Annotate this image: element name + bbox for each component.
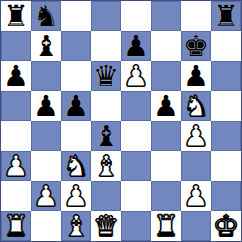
square-f4[interactable] <box>151 121 181 151</box>
square-d7[interactable] <box>91 31 121 61</box>
square-b8[interactable]: ♞ <box>31 1 61 31</box>
square-d5[interactable] <box>91 91 121 121</box>
white-bishop-icon[interactable]: ♝ <box>93 151 119 181</box>
black-bishop-icon[interactable]: ♝ <box>93 121 119 151</box>
white-pawn-icon[interactable]: ♟ <box>183 121 209 151</box>
white-bishop-icon[interactable]: ♝ <box>63 211 89 241</box>
black-rook-icon[interactable]: ♜ <box>213 1 239 31</box>
white-pawn-icon[interactable]: ♟ <box>3 151 29 181</box>
square-h2[interactable] <box>211 181 241 211</box>
square-d6[interactable]: ♛ <box>91 61 121 91</box>
black-pawn-icon[interactable]: ♟ <box>153 91 179 121</box>
white-knight-icon[interactable]: ♞ <box>63 151 89 181</box>
square-a8[interactable]: ♜ <box>1 1 31 31</box>
square-d2[interactable] <box>91 181 121 211</box>
square-c7[interactable] <box>61 31 91 61</box>
square-e7[interactable]: ♟ <box>121 31 151 61</box>
square-g8[interactable] <box>181 1 211 31</box>
square-d3[interactable]: ♝ <box>91 151 121 181</box>
square-b6[interactable] <box>31 61 61 91</box>
square-g1[interactable] <box>181 211 211 241</box>
square-d4[interactable]: ♝ <box>91 121 121 151</box>
square-b5[interactable]: ♟ <box>31 91 61 121</box>
white-knight-icon[interactable]: ♞ <box>183 91 209 121</box>
square-e5[interactable] <box>121 91 151 121</box>
black-rook-icon[interactable]: ♜ <box>3 1 29 31</box>
square-h6[interactable] <box>211 61 241 91</box>
square-b7[interactable]: ♝ <box>31 31 61 61</box>
black-pawn-icon[interactable]: ♟ <box>33 91 59 121</box>
square-f1[interactable]: ♜ <box>151 211 181 241</box>
square-h1[interactable]: ♚ <box>211 211 241 241</box>
square-d1[interactable]: ♛ <box>91 211 121 241</box>
square-h3[interactable] <box>211 151 241 181</box>
square-e1[interactable] <box>121 211 151 241</box>
square-a2[interactable] <box>1 181 31 211</box>
black-pawn-icon[interactable]: ♟ <box>63 91 89 121</box>
square-c6[interactable] <box>61 61 91 91</box>
white-pawn-icon[interactable]: ♟ <box>123 61 149 91</box>
square-f3[interactable] <box>151 151 181 181</box>
black-pawn-icon[interactable]: ♟ <box>3 61 29 91</box>
black-knight-icon[interactable]: ♞ <box>33 1 59 31</box>
square-g6[interactable]: ♟ <box>181 61 211 91</box>
square-c5[interactable]: ♟ <box>61 91 91 121</box>
square-e6[interactable]: ♟ <box>121 61 151 91</box>
square-e8[interactable] <box>121 1 151 31</box>
square-g4[interactable]: ♟ <box>181 121 211 151</box>
white-king-icon[interactable]: ♚ <box>213 211 239 241</box>
square-e2[interactable] <box>121 181 151 211</box>
square-c4[interactable] <box>61 121 91 151</box>
square-a5[interactable] <box>1 91 31 121</box>
square-h7[interactable] <box>211 31 241 61</box>
white-queen-icon[interactable]: ♛ <box>93 211 119 241</box>
square-a6[interactable]: ♟ <box>1 61 31 91</box>
square-h5[interactable] <box>211 91 241 121</box>
black-king-icon[interactable]: ♚ <box>183 31 209 61</box>
black-queen-icon[interactable]: ♛ <box>93 61 119 91</box>
square-d8[interactable] <box>91 1 121 31</box>
square-b2[interactable]: ♟ <box>31 181 61 211</box>
black-bishop-icon[interactable]: ♝ <box>33 31 59 61</box>
square-f5[interactable]: ♟ <box>151 91 181 121</box>
square-g7[interactable]: ♚ <box>181 31 211 61</box>
square-e3[interactable] <box>121 151 151 181</box>
white-rook-icon[interactable]: ♜ <box>3 211 29 241</box>
square-c8[interactable] <box>61 1 91 31</box>
square-a7[interactable] <box>1 31 31 61</box>
black-pawn-icon[interactable]: ♟ <box>183 61 209 91</box>
square-g5[interactable]: ♞ <box>181 91 211 121</box>
square-a3[interactable]: ♟ <box>1 151 31 181</box>
square-a1[interactable]: ♜ <box>1 211 31 241</box>
chess-board: ♜♞♜♝♟♚♟♛♟♟♟♟♟♞♝♟♟♞♝♟♟♟♜♝♛♜♚ <box>0 0 242 242</box>
black-pawn-icon[interactable]: ♟ <box>123 31 149 61</box>
square-f6[interactable] <box>151 61 181 91</box>
square-b3[interactable] <box>31 151 61 181</box>
square-h4[interactable] <box>211 121 241 151</box>
square-e4[interactable] <box>121 121 151 151</box>
square-f8[interactable] <box>151 1 181 31</box>
white-pawn-icon[interactable]: ♟ <box>183 181 209 211</box>
square-f2[interactable] <box>151 181 181 211</box>
square-g2[interactable]: ♟ <box>181 181 211 211</box>
square-g3[interactable] <box>181 151 211 181</box>
square-b4[interactable] <box>31 121 61 151</box>
square-h8[interactable]: ♜ <box>211 1 241 31</box>
square-b1[interactable] <box>31 211 61 241</box>
square-a4[interactable] <box>1 121 31 151</box>
white-pawn-icon[interactable]: ♟ <box>63 181 89 211</box>
square-c1[interactable]: ♝ <box>61 211 91 241</box>
white-pawn-icon[interactable]: ♟ <box>33 181 59 211</box>
square-c2[interactable]: ♟ <box>61 181 91 211</box>
white-rook-icon[interactable]: ♜ <box>153 211 179 241</box>
square-f7[interactable] <box>151 31 181 61</box>
square-c3[interactable]: ♞ <box>61 151 91 181</box>
